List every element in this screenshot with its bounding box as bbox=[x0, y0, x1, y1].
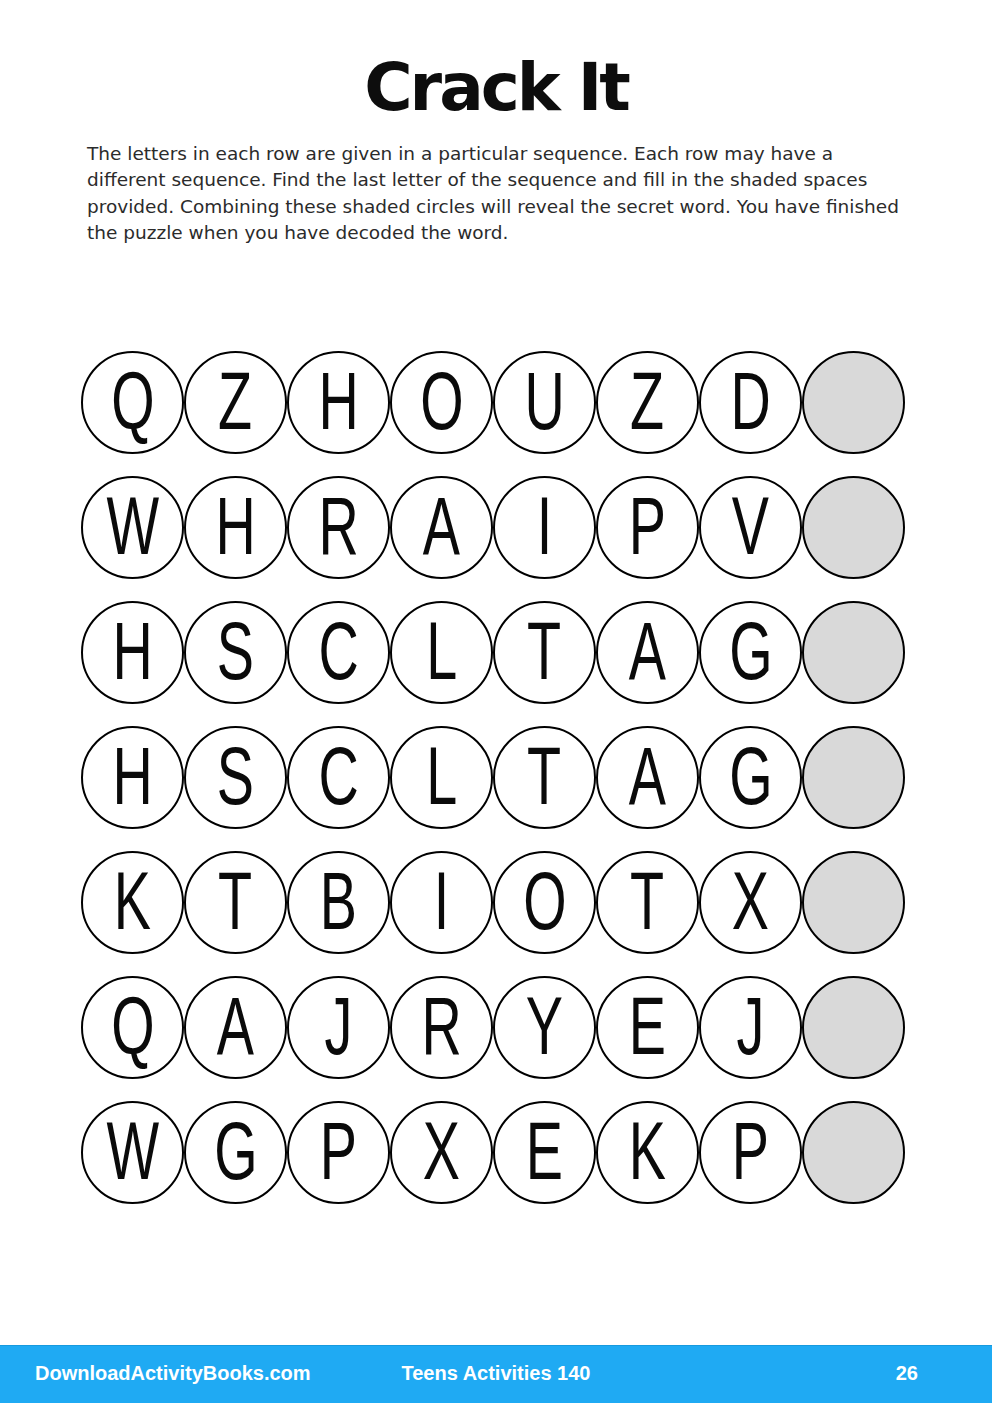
letter-glyph: C bbox=[318, 735, 358, 821]
letter-glyph: V bbox=[732, 485, 769, 571]
letter-glyph: P bbox=[732, 1110, 769, 1196]
letter-glyph: O bbox=[420, 360, 463, 446]
letter-glyph: K bbox=[114, 860, 151, 946]
letter-glyph: Z bbox=[218, 360, 252, 446]
answer-cell-shaded[interactable] bbox=[802, 726, 905, 829]
letter-cell: A bbox=[596, 726, 699, 829]
letter-glyph: H bbox=[112, 735, 152, 821]
answer-cell-shaded[interactable] bbox=[802, 601, 905, 704]
letter-glyph: G bbox=[729, 735, 772, 821]
letter-cell: Q bbox=[81, 976, 184, 1079]
letter-glyph: D bbox=[730, 360, 770, 446]
letter-glyph: G bbox=[214, 1110, 257, 1196]
letter-glyph: I bbox=[537, 485, 553, 571]
puzzle-row: QZHOUZD bbox=[81, 351, 905, 454]
letter-cell: W bbox=[81, 476, 184, 579]
letter-cell: Z bbox=[596, 351, 699, 454]
letter-cell: V bbox=[699, 476, 802, 579]
answer-cell-shaded[interactable] bbox=[802, 851, 905, 954]
letter-cell: Y bbox=[493, 976, 596, 1079]
letter-glyph: T bbox=[527, 735, 561, 821]
letter-cell: I bbox=[493, 476, 596, 579]
letter-cell: P bbox=[596, 476, 699, 579]
letter-cell: G bbox=[699, 601, 802, 704]
footer-page-number: 26 bbox=[896, 1361, 918, 1384]
letter-cell: E bbox=[493, 1101, 596, 1204]
letter-cell: P bbox=[699, 1101, 802, 1204]
letter-glyph: R bbox=[421, 985, 461, 1071]
letter-glyph: X bbox=[732, 860, 769, 946]
letter-cell: Z bbox=[184, 351, 287, 454]
letter-glyph: C bbox=[318, 610, 358, 696]
letter-cell: S bbox=[184, 601, 287, 704]
letter-glyph: H bbox=[112, 610, 152, 696]
puzzle-row: QAJRYEJ bbox=[81, 976, 905, 1079]
letter-glyph: A bbox=[629, 735, 666, 821]
answer-cell-shaded[interactable] bbox=[802, 476, 905, 579]
letter-glyph: O bbox=[523, 860, 566, 946]
letter-glyph: G bbox=[729, 610, 772, 696]
letter-glyph: H bbox=[215, 485, 255, 571]
letter-glyph: T bbox=[630, 860, 664, 946]
answer-cell-shaded[interactable] bbox=[802, 351, 905, 454]
letter-glyph: W bbox=[106, 485, 159, 571]
letter-cell: P bbox=[287, 1101, 390, 1204]
letter-cell: G bbox=[184, 1101, 287, 1204]
letter-cell: H bbox=[287, 351, 390, 454]
letter-cell: T bbox=[493, 726, 596, 829]
letter-glyph: R bbox=[318, 485, 358, 571]
footer-book-title: Teens Activities 140 bbox=[0, 1361, 992, 1384]
footer-bar: DownloadActivityBooks.com Teens Activiti… bbox=[0, 1345, 992, 1403]
letter-cell: Q bbox=[81, 351, 184, 454]
letter-glyph: L bbox=[426, 735, 457, 821]
letter-cell: O bbox=[493, 851, 596, 954]
letter-cell: T bbox=[596, 851, 699, 954]
letter-cell: L bbox=[390, 601, 493, 704]
letter-glyph: L bbox=[426, 610, 457, 696]
letter-cell: K bbox=[81, 851, 184, 954]
letter-glyph: Y bbox=[526, 985, 563, 1071]
letter-cell: C bbox=[287, 726, 390, 829]
puzzle-row: WHRAIPV bbox=[81, 476, 905, 579]
letter-cell: A bbox=[390, 476, 493, 579]
letter-glyph: U bbox=[524, 360, 564, 446]
letter-cell: A bbox=[596, 601, 699, 704]
letter-cell: T bbox=[493, 601, 596, 704]
letter-glyph: J bbox=[737, 985, 765, 1071]
letter-glyph: Q bbox=[111, 360, 154, 446]
letter-glyph: B bbox=[320, 860, 357, 946]
page-title: Crack It bbox=[0, 52, 992, 125]
letter-cell: R bbox=[287, 476, 390, 579]
letter-cell: I bbox=[390, 851, 493, 954]
letter-glyph: H bbox=[318, 360, 358, 446]
letter-glyph: S bbox=[217, 735, 254, 821]
puzzle-row: HSCLTAG bbox=[81, 601, 905, 704]
letter-cell: L bbox=[390, 726, 493, 829]
letter-glyph: Q bbox=[111, 985, 154, 1071]
letter-cell: H bbox=[184, 476, 287, 579]
letter-cell: K bbox=[596, 1101, 699, 1204]
puzzle-row: HSCLTAG bbox=[81, 726, 905, 829]
letter-cell: S bbox=[184, 726, 287, 829]
letter-glyph: T bbox=[527, 610, 561, 696]
puzzle-row: WGPXEKP bbox=[81, 1101, 905, 1204]
letter-glyph: P bbox=[320, 1110, 357, 1196]
letter-glyph: X bbox=[423, 1110, 460, 1196]
letter-glyph: P bbox=[629, 485, 666, 571]
letter-cell: G bbox=[699, 726, 802, 829]
letter-cell: B bbox=[287, 851, 390, 954]
letter-cell: J bbox=[287, 976, 390, 1079]
letter-cell: X bbox=[699, 851, 802, 954]
letter-cell: A bbox=[184, 976, 287, 1079]
puzzle-row: KTBIOTX bbox=[81, 851, 905, 954]
letter-cell: W bbox=[81, 1101, 184, 1204]
letter-glyph: E bbox=[629, 985, 666, 1071]
letter-cell: O bbox=[390, 351, 493, 454]
letter-glyph: A bbox=[423, 485, 460, 571]
letter-cell: X bbox=[390, 1101, 493, 1204]
puzzle-grid: QZHOUZDWHRAIPVHSCLTAGHSCLTAGKTBIOTXQAJRY… bbox=[81, 351, 905, 1204]
letter-cell: T bbox=[184, 851, 287, 954]
letter-cell: C bbox=[287, 601, 390, 704]
answer-cell-shaded[interactable] bbox=[802, 976, 905, 1079]
letter-glyph: Z bbox=[630, 360, 664, 446]
letter-glyph: I bbox=[434, 860, 450, 946]
instructions: The letters in each row are given in a p… bbox=[87, 141, 915, 247]
letter-glyph: S bbox=[217, 610, 254, 696]
letter-glyph: J bbox=[325, 985, 353, 1071]
letter-glyph: T bbox=[218, 860, 252, 946]
letter-glyph: E bbox=[526, 1110, 563, 1196]
letter-cell: J bbox=[699, 976, 802, 1079]
puzzle-page: { "game": "crack-it-letter-sequence-puzz… bbox=[0, 0, 992, 1403]
answer-cell-shaded[interactable] bbox=[802, 1101, 905, 1204]
letter-glyph: A bbox=[629, 610, 666, 696]
letter-glyph: K bbox=[629, 1110, 666, 1196]
letter-cell: H bbox=[81, 726, 184, 829]
letter-cell: R bbox=[390, 976, 493, 1079]
letter-glyph: A bbox=[217, 985, 254, 1071]
letter-glyph: W bbox=[106, 1110, 159, 1196]
letter-cell: U bbox=[493, 351, 596, 454]
letter-cell: H bbox=[81, 601, 184, 704]
letter-cell: E bbox=[596, 976, 699, 1079]
letter-cell: D bbox=[699, 351, 802, 454]
